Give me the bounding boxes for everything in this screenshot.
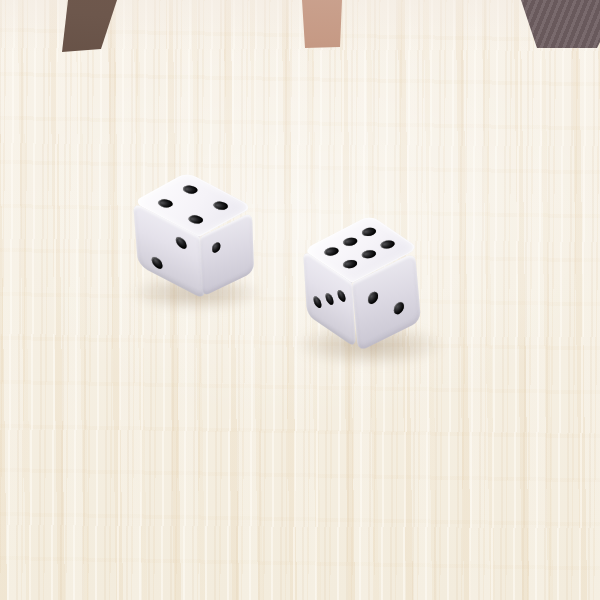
die-pip	[212, 241, 221, 255]
die-pip	[359, 226, 379, 238]
die-pip	[180, 184, 200, 195]
board-wood-surface	[0, 0, 600, 600]
die-pip	[367, 290, 378, 306]
die-pip	[175, 235, 187, 251]
die-pip	[393, 300, 404, 316]
die-pip	[325, 291, 333, 307]
die-pip	[322, 246, 342, 258]
die-pip	[359, 249, 379, 261]
die-pip	[210, 200, 230, 211]
die-pip	[337, 288, 345, 304]
die-pip	[340, 258, 360, 270]
die-pip	[313, 294, 321, 310]
die-pip	[155, 198, 175, 209]
die-pip	[186, 214, 206, 225]
die-pip	[340, 236, 360, 248]
die-pip	[378, 239, 398, 251]
die-pip	[151, 255, 163, 271]
backgammon-board-photo	[0, 0, 600, 600]
